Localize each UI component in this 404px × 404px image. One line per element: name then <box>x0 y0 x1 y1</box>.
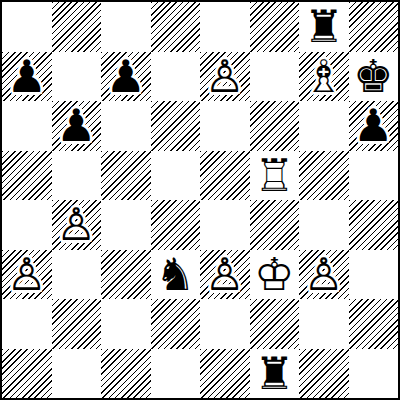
piece-white-pawn: ♙ <box>304 250 344 299</box>
square-b1[interactable] <box>52 349 102 399</box>
square-c4[interactable] <box>101 200 151 250</box>
piece-black-rook: ♜ <box>304 2 344 51</box>
square-e5[interactable] <box>200 151 250 201</box>
square-g3[interactable]: ♙ <box>299 250 349 300</box>
square-f2[interactable] <box>250 299 300 349</box>
square-a6[interactable] <box>2 101 52 151</box>
square-h2[interactable] <box>349 299 399 349</box>
square-e4[interactable] <box>200 200 250 250</box>
square-c7[interactable]: ♟ <box>101 52 151 102</box>
square-h7[interactable]: ♚ <box>349 52 399 102</box>
square-g6[interactable] <box>299 101 349 151</box>
piece-white-pawn: ♙ <box>205 52 245 101</box>
square-g8[interactable]: ♜ <box>299 2 349 52</box>
chessboard: ♜♟♟♙♗♚♟♟♖♙♙♞♙♔♙♜ <box>0 0 400 400</box>
square-c2[interactable] <box>101 299 151 349</box>
square-h4[interactable] <box>349 200 399 250</box>
square-e7[interactable]: ♙ <box>200 52 250 102</box>
piece-black-pawn: ♟ <box>106 52 146 101</box>
square-g2[interactable] <box>299 299 349 349</box>
chessboard-area: ♜♟♟♙♗♚♟♟♖♙♙♞♙♔♙♜ <box>0 0 404 404</box>
square-f3[interactable]: ♔ <box>250 250 300 300</box>
piece-black-king: ♚ <box>353 52 393 101</box>
square-b8[interactable] <box>52 2 102 52</box>
piece-white-pawn: ♙ <box>7 250 47 299</box>
piece-black-pawn: ♟ <box>56 101 96 150</box>
piece-white-pawn: ♙ <box>56 200 96 249</box>
square-f5[interactable]: ♖ <box>250 151 300 201</box>
piece-black-knight: ♞ <box>155 250 195 299</box>
square-c5[interactable] <box>101 151 151 201</box>
square-d3[interactable]: ♞ <box>151 250 201 300</box>
square-c8[interactable] <box>101 2 151 52</box>
piece-white-rook: ♖ <box>254 151 294 200</box>
square-f6[interactable] <box>250 101 300 151</box>
square-e1[interactable] <box>200 349 250 399</box>
square-h6[interactable]: ♟ <box>349 101 399 151</box>
piece-white-king: ♔ <box>254 250 294 299</box>
square-g5[interactable] <box>299 151 349 201</box>
square-b7[interactable] <box>52 52 102 102</box>
square-a1[interactable] <box>2 349 52 399</box>
square-b6[interactable]: ♟ <box>52 101 102 151</box>
piece-black-pawn: ♟ <box>353 101 393 150</box>
square-d1[interactable] <box>151 349 201 399</box>
square-a3[interactable]: ♙ <box>2 250 52 300</box>
square-d2[interactable] <box>151 299 201 349</box>
square-e6[interactable] <box>200 101 250 151</box>
square-f1[interactable]: ♜ <box>250 349 300 399</box>
square-d5[interactable] <box>151 151 201 201</box>
square-b4[interactable]: ♙ <box>52 200 102 250</box>
square-h8[interactable] <box>349 2 399 52</box>
square-g1[interactable] <box>299 349 349 399</box>
piece-black-rook: ♜ <box>254 349 294 398</box>
piece-white-pawn: ♙ <box>205 250 245 299</box>
square-a8[interactable] <box>2 2 52 52</box>
square-b2[interactable] <box>52 299 102 349</box>
square-e3[interactable]: ♙ <box>200 250 250 300</box>
square-d4[interactable] <box>151 200 201 250</box>
square-a2[interactable] <box>2 299 52 349</box>
square-d8[interactable] <box>151 2 201 52</box>
square-a5[interactable] <box>2 151 52 201</box>
square-h5[interactable] <box>349 151 399 201</box>
square-e8[interactable] <box>200 2 250 52</box>
square-e2[interactable] <box>200 299 250 349</box>
square-d6[interactable] <box>151 101 201 151</box>
square-h3[interactable] <box>349 250 399 300</box>
square-d7[interactable] <box>151 52 201 102</box>
square-a7[interactable]: ♟ <box>2 52 52 102</box>
piece-black-pawn: ♟ <box>7 52 47 101</box>
square-f8[interactable] <box>250 2 300 52</box>
square-c6[interactable] <box>101 101 151 151</box>
piece-white-bishop: ♗ <box>304 52 344 101</box>
square-c3[interactable] <box>101 250 151 300</box>
square-f7[interactable] <box>250 52 300 102</box>
square-g4[interactable] <box>299 200 349 250</box>
square-b5[interactable] <box>52 151 102 201</box>
square-b3[interactable] <box>52 250 102 300</box>
square-c1[interactable] <box>101 349 151 399</box>
square-f4[interactable] <box>250 200 300 250</box>
square-g7[interactable]: ♗ <box>299 52 349 102</box>
square-h1[interactable] <box>349 349 399 399</box>
square-a4[interactable] <box>2 200 52 250</box>
